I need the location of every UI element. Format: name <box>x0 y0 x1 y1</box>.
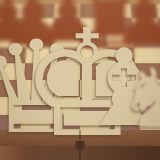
white-knight-g1[interactable]: ♞ <box>118 58 160 140</box>
chess-photo-scene: ♟ ♟ ♟ ♜ ♟ ♟ ♛ ♚ ♝ ♞ <box>0 0 160 160</box>
latch-notch <box>75 141 85 151</box>
